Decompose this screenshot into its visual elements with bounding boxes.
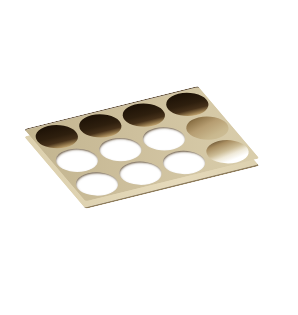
hole-r1-c2	[72, 110, 128, 141]
holes-grid	[25, 87, 260, 201]
hole-r2-c3	[136, 123, 192, 154]
hole-r1-c3	[116, 100, 172, 131]
hole-r1-c4	[159, 89, 215, 120]
tray-top-face	[24, 86, 260, 201]
hole-r2-c2	[92, 134, 148, 165]
product-photo-scene	[0, 0, 298, 315]
hole-r2-c4	[179, 113, 235, 144]
